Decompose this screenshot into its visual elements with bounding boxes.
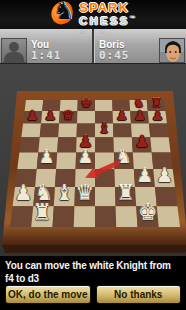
trademark-symbol: ™ [130,15,135,21]
board-front-edge [2,245,186,253]
piece-white-rook-b1[interactable]: ♜ [33,200,52,225]
board-square[interactable] [157,206,180,227]
piece-white-pawn-d4[interactable]: ♟ [77,148,93,168]
piece-white-king-g1[interactable]: ♚ [138,200,157,225]
piece-red-bishop-e6[interactable]: ♝ [98,119,111,136]
piece-red-king-d8[interactable]: ♚ [81,96,92,110]
chess-board-area[interactable]: ♚♞♜♟♟♛♟♟♟♝♟♟♟♟♞♟♟♟♞♝♛♜♜♚ [0,64,186,256]
piece-white-pawn-a2[interactable]: ♟ [14,181,32,205]
piece-white-queen-d2[interactable]: ♛ [76,181,94,205]
board-square[interactable] [150,137,170,152]
knight-logo-icon: ♞ [51,1,77,28]
piece-red-pawn-g5[interactable]: ♟ [135,132,150,151]
hint-message: You can move the white Knight from f4 to… [0,256,186,285]
board-square[interactable] [116,206,138,227]
piece-red-pawn-h7[interactable]: ♟ [152,107,164,122]
white-side-pawn-icon: ♙ [79,28,87,38]
clock-boris: 0:45 [99,50,130,61]
board-square[interactable] [95,206,116,227]
piece-red-queen-c7[interactable]: ♛ [62,107,74,122]
player-info-you: You 1:41 [31,39,62,61]
piece-white-pawn-g3[interactable]: ♟ [136,163,153,185]
board-square[interactable] [21,123,41,137]
board-square[interactable] [57,137,76,152]
board-square[interactable] [77,111,95,123]
piece-red-pawn-f7[interactable]: ♟ [116,107,128,122]
piece-white-bishop-c2[interactable]: ♝ [55,181,73,205]
black-side-pawn-icon: ♙ [99,28,107,38]
piece-red-pawn-a7[interactable]: ♟ [26,107,38,122]
avatar-you[interactable] [1,38,27,63]
board-square[interactable] [17,152,38,169]
board-square[interactable] [74,206,95,227]
piece-white-pawn-h3[interactable]: ♟ [156,163,173,185]
knight-glyph: ♞ [53,0,75,25]
silhouette-head [9,42,19,52]
board-square[interactable] [53,206,75,227]
board-square[interactable] [58,123,77,137]
clock-you: 1:41 [31,50,62,61]
piece-white-knight-f4[interactable]: ♞ [116,148,132,168]
decline-move-button[interactable]: No thanks [96,285,182,304]
logo-spark-word: SPARK [79,3,134,13]
player-info-boris: Boris 0:45 [99,39,130,61]
board-square[interactable] [95,137,114,152]
boris-portrait [160,39,185,63]
board-square[interactable] [149,123,169,137]
player-bar: ♙ ♙ You 1:41 Boris 0:45 [0,29,186,64]
piece-red-pawn-b7[interactable]: ♟ [44,107,56,122]
piece-red-pawn-g7[interactable]: ♟ [134,107,146,122]
board-square[interactable] [56,152,76,169]
app-header: ♞ SPARK CHESS™ [0,0,186,29]
board-square[interactable] [155,187,177,206]
board-square[interactable] [95,100,113,111]
sparkchess-logo: ♞ SPARK CHESS™ [51,1,134,28]
sparkchess-app: ♞ SPARK CHESS™ ♙ ♙ You 1:41 Boris 0:45 [0,0,186,310]
logo-chess-word: CHESS™ [79,13,134,26]
accept-move-button[interactable]: OK, do the move [5,285,91,304]
piece-white-rook-f2[interactable]: ♜ [117,181,135,205]
piece-white-pawn-b4[interactable]: ♟ [39,148,55,168]
board-square[interactable] [40,123,59,137]
board-square[interactable] [10,206,33,227]
board-square[interactable] [19,137,39,152]
board-square[interactable] [113,123,132,137]
avatar-boris[interactable] [159,38,185,63]
player-bar-divider [92,29,94,63]
logo-text: SPARK CHESS™ [79,3,134,26]
silhouette-body [4,52,24,63]
hint-buttons: OK, do the move No thanks [0,285,186,304]
hint-panel: You can move the white Knight from f4 to… [0,256,186,310]
board-square[interactable] [95,187,116,206]
